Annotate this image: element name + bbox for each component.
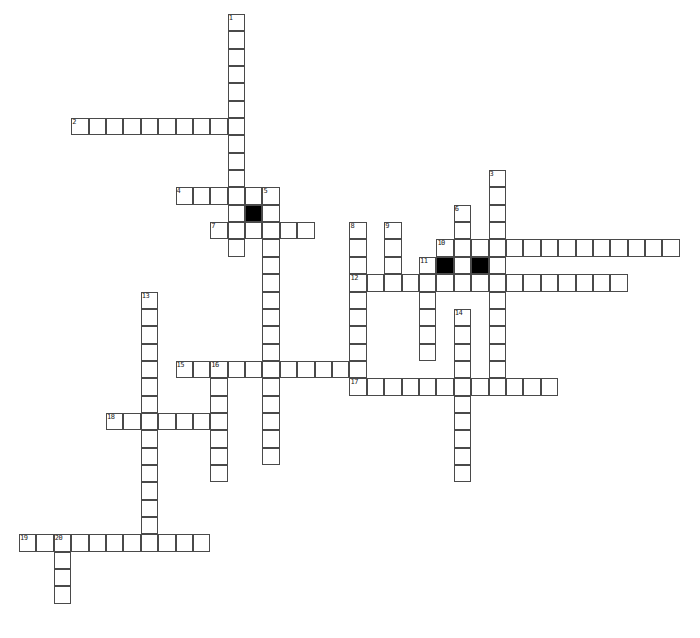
cell-r13-c34[interactable] <box>610 239 627 256</box>
cell-r12-c19[interactable]: 8 <box>349 222 366 239</box>
cell-r23-c7[interactable] <box>141 413 158 430</box>
cell-r12-c14[interactable] <box>262 222 279 239</box>
cell-r5-c12[interactable] <box>228 101 245 118</box>
cell-r13-c37[interactable] <box>662 239 679 256</box>
cell-r10-c13[interactable] <box>245 187 262 204</box>
cell-r20-c7[interactable] <box>141 361 158 378</box>
cell-r30-c5[interactable] <box>106 534 123 551</box>
cell-r15-c22[interactable] <box>402 274 419 291</box>
cell-r12-c25[interactable] <box>454 222 471 239</box>
cell-r31-c2[interactable] <box>54 552 71 569</box>
cell-r23-c6[interactable] <box>123 413 140 430</box>
cell-r30-c10[interactable] <box>193 534 210 551</box>
cell-r21-c25[interactable] <box>454 378 471 395</box>
cell-r25-c11[interactable] <box>210 448 227 465</box>
cell-r15-c33[interactable] <box>593 274 610 291</box>
cell-r10-c27[interactable] <box>489 187 506 204</box>
cell-r30-c2[interactable]: 20 <box>54 534 71 551</box>
cell-r20-c25[interactable] <box>454 361 471 378</box>
cell-r13-c24[interactable]: 10 <box>436 239 453 256</box>
cell-r12-c27[interactable] <box>489 222 506 239</box>
cell-r15-c27[interactable] <box>489 274 506 291</box>
cell-r20-c18[interactable] <box>332 361 349 378</box>
cell-r16-c7[interactable]: 13 <box>141 292 158 309</box>
clue-number-1: 1 <box>229 14 233 23</box>
cell-r3-c12[interactable] <box>228 66 245 83</box>
cell-r30-c4[interactable] <box>89 534 106 551</box>
cell-r12-c13[interactable] <box>245 222 262 239</box>
cell-r30-c9[interactable] <box>176 534 193 551</box>
cell-r12-c15[interactable] <box>280 222 297 239</box>
cell-r23-c8[interactable] <box>158 413 175 430</box>
cell-r17-c23[interactable] <box>419 309 436 326</box>
cell-r20-c27[interactable] <box>489 361 506 378</box>
cell-r13-c21[interactable] <box>384 239 401 256</box>
cell-r23-c10[interactable] <box>193 413 210 430</box>
cell-r15-c23[interactable] <box>419 274 436 291</box>
cell-r21-c20[interactable] <box>367 378 384 395</box>
cell-r13-c27[interactable] <box>489 239 506 256</box>
cell-r13-c31[interactable] <box>558 239 575 256</box>
cell-r25-c25[interactable] <box>454 448 471 465</box>
cell-r13-c14[interactable] <box>262 239 279 256</box>
cell-r15-c28[interactable] <box>506 274 523 291</box>
cell-r11-c14[interactable] <box>262 205 279 222</box>
cell-r23-c5[interactable]: 18 <box>106 413 123 430</box>
cell-r19-c19[interactable] <box>349 344 366 361</box>
crossword-board: 1234567891011121314151617181920 <box>19 14 680 604</box>
cell-r14-c19[interactable] <box>349 257 366 274</box>
cell-r21-c24[interactable] <box>436 378 453 395</box>
cell-r6-c6[interactable] <box>123 118 140 135</box>
cell-r17-c7[interactable] <box>141 309 158 326</box>
cell-r33-c2[interactable] <box>54 586 71 603</box>
cell-r6-c7[interactable] <box>141 118 158 135</box>
cell-r17-c27[interactable] <box>489 309 506 326</box>
cell-r15-c24[interactable] <box>436 274 453 291</box>
cell-r21-c22[interactable] <box>402 378 419 395</box>
clue-number-4: 4 <box>177 187 181 196</box>
clue-number-18: 18 <box>107 413 114 422</box>
cell-r6-c12[interactable] <box>228 118 245 135</box>
cell-r19-c27[interactable] <box>489 344 506 361</box>
cell-r20-c13[interactable] <box>245 361 262 378</box>
cell-r25-c7[interactable] <box>141 448 158 465</box>
cell-r21-c21[interactable] <box>384 378 401 395</box>
cell-r22-c14[interactable] <box>262 396 279 413</box>
black-cell-r11-c13 <box>245 205 262 222</box>
cell-r16-c23[interactable] <box>419 292 436 309</box>
cell-r15-c30[interactable] <box>541 274 558 291</box>
clue-number-15: 15 <box>177 361 184 370</box>
cell-r26-c7[interactable] <box>141 465 158 482</box>
cell-r21-c7[interactable] <box>141 378 158 395</box>
cell-r20-c11[interactable]: 16 <box>210 361 227 378</box>
cell-r4-c12[interactable] <box>228 83 245 100</box>
clue-number-17: 17 <box>350 378 357 387</box>
cell-r20-c15[interactable] <box>280 361 297 378</box>
cell-r22-c25[interactable] <box>454 396 471 413</box>
cell-r24-c25[interactable] <box>454 430 471 447</box>
cell-r12-c11[interactable]: 7 <box>210 222 227 239</box>
cell-r15-c34[interactable] <box>610 274 627 291</box>
cell-r28-c7[interactable] <box>141 500 158 517</box>
cell-r13-c33[interactable] <box>593 239 610 256</box>
cell-r23-c14[interactable] <box>262 413 279 430</box>
cell-r8-c12[interactable] <box>228 153 245 170</box>
clue-number-3: 3 <box>490 170 494 179</box>
cell-r16-c27[interactable] <box>489 292 506 309</box>
clue-number-9: 9 <box>385 222 389 231</box>
cell-r15-c29[interactable] <box>523 274 540 291</box>
cell-r18-c7[interactable] <box>141 326 158 343</box>
cell-r20-c16[interactable] <box>297 361 314 378</box>
cell-r13-c35[interactable] <box>628 239 645 256</box>
cell-r23-c9[interactable] <box>176 413 193 430</box>
clue-number-14: 14 <box>455 309 462 318</box>
clue-number-2: 2 <box>72 118 76 127</box>
clue-number-19: 19 <box>20 534 27 543</box>
clue-number-10: 10 <box>437 239 444 248</box>
cell-r20-c17[interactable] <box>315 361 332 378</box>
cell-r26-c25[interactable] <box>454 465 471 482</box>
cell-r15-c21[interactable] <box>384 274 401 291</box>
cell-r19-c25[interactable] <box>454 344 471 361</box>
cell-r23-c11[interactable] <box>210 413 227 430</box>
cell-r22-c11[interactable] <box>210 396 227 413</box>
cell-r16-c14[interactable] <box>262 292 279 309</box>
cell-r9-c12[interactable] <box>228 170 245 187</box>
cell-r15-c32[interactable] <box>576 274 593 291</box>
cell-r20-c12[interactable] <box>228 361 245 378</box>
black-cell-r14-c24 <box>436 257 453 274</box>
cell-r1-c12[interactable] <box>228 31 245 48</box>
clue-number-13: 13 <box>142 292 149 301</box>
clue-number-12: 12 <box>350 274 357 283</box>
cell-r30-c0[interactable]: 19 <box>19 534 36 551</box>
cell-r13-c25[interactable] <box>454 239 471 256</box>
cell-r15-c20[interactable] <box>367 274 384 291</box>
cell-r15-c14[interactable] <box>262 274 279 291</box>
cell-r23-c25[interactable] <box>454 413 471 430</box>
cell-r7-c12[interactable] <box>228 135 245 152</box>
cell-r14-c23[interactable]: 11 <box>419 257 436 274</box>
cell-r13-c26[interactable] <box>471 239 488 256</box>
cell-r16-c19[interactable] <box>349 292 366 309</box>
cell-r21-c27[interactable] <box>489 378 506 395</box>
cell-r30-c8[interactable] <box>158 534 175 551</box>
cell-r19-c23[interactable] <box>419 344 436 361</box>
cell-r6-c5[interactable] <box>106 118 123 135</box>
cell-r11-c27[interactable] <box>489 205 506 222</box>
cell-r10-c14[interactable]: 5 <box>262 187 279 204</box>
cell-r21-c14[interactable] <box>262 378 279 395</box>
cell-r15-c19[interactable]: 12 <box>349 274 366 291</box>
black-cell-r14-c26 <box>471 257 488 274</box>
clue-number-20: 20 <box>55 534 62 543</box>
cell-r15-c26[interactable] <box>471 274 488 291</box>
cell-r6-c3[interactable]: 2 <box>71 118 88 135</box>
cell-r17-c19[interactable] <box>349 309 366 326</box>
cell-r10-c12[interactable] <box>228 187 245 204</box>
cell-r13-c29[interactable] <box>523 239 540 256</box>
cell-r6-c11[interactable] <box>210 118 227 135</box>
cell-r21-c26[interactable] <box>471 378 488 395</box>
cell-r22-c7[interactable] <box>141 396 158 413</box>
cell-r26-c11[interactable] <box>210 465 227 482</box>
cell-r18-c25[interactable] <box>454 326 471 343</box>
cell-r12-c21[interactable]: 9 <box>384 222 401 239</box>
cell-r19-c14[interactable] <box>262 344 279 361</box>
cell-r25-c14[interactable] <box>262 448 279 465</box>
cell-r18-c14[interactable] <box>262 326 279 343</box>
cell-r6-c9[interactable] <box>176 118 193 135</box>
cell-r14-c25[interactable] <box>454 257 471 274</box>
cell-r11-c12[interactable] <box>228 205 245 222</box>
cell-r18-c27[interactable] <box>489 326 506 343</box>
cell-r20-c10[interactable] <box>193 361 210 378</box>
cell-r17-c14[interactable] <box>262 309 279 326</box>
cell-r10-c9[interactable]: 4 <box>176 187 193 204</box>
cell-r21-c23[interactable] <box>419 378 436 395</box>
cell-r19-c7[interactable] <box>141 344 158 361</box>
cell-r13-c12[interactable] <box>228 239 245 256</box>
cell-r18-c23[interactable] <box>419 326 436 343</box>
cell-r12-c12[interactable] <box>228 222 245 239</box>
clue-number-16: 16 <box>211 361 218 370</box>
cell-r13-c32[interactable] <box>576 239 593 256</box>
cell-r20-c9[interactable]: 15 <box>176 361 193 378</box>
cell-r29-c7[interactable] <box>141 517 158 534</box>
cell-r6-c8[interactable] <box>158 118 175 135</box>
cell-r14-c21[interactable] <box>384 257 401 274</box>
cell-r6-c10[interactable] <box>193 118 210 135</box>
cell-r21-c29[interactable] <box>523 378 540 395</box>
cell-r21-c30[interactable] <box>541 378 558 395</box>
cell-r13-c19[interactable] <box>349 239 366 256</box>
cell-r10-c11[interactable] <box>210 187 227 204</box>
cell-r20-c19[interactable] <box>349 361 366 378</box>
cell-r21-c28[interactable] <box>506 378 523 395</box>
cell-r13-c36[interactable] <box>645 239 662 256</box>
cell-r6-c4[interactable] <box>89 118 106 135</box>
clue-number-8: 8 <box>350 222 354 231</box>
clue-number-5: 5 <box>263 187 267 196</box>
cell-r17-c25[interactable]: 14 <box>454 309 471 326</box>
cell-r21-c11[interactable] <box>210 378 227 395</box>
cell-r15-c25[interactable] <box>454 274 471 291</box>
cell-r14-c14[interactable] <box>262 257 279 274</box>
cell-r14-c27[interactable] <box>489 257 506 274</box>
cell-r24-c14[interactable] <box>262 430 279 447</box>
cell-r24-c7[interactable] <box>141 430 158 447</box>
cell-r9-c27[interactable]: 3 <box>489 170 506 187</box>
cell-r11-c25[interactable]: 6 <box>454 205 471 222</box>
cell-r0-c12[interactable]: 1 <box>228 14 245 31</box>
cell-r30-c1[interactable] <box>36 534 53 551</box>
cell-r24-c11[interactable] <box>210 430 227 447</box>
cell-r13-c30[interactable] <box>541 239 558 256</box>
crossword-page: 1234567891011121314151617181920 <box>0 0 700 638</box>
cell-r21-c19[interactable]: 17 <box>349 378 366 395</box>
clue-number-7: 7 <box>211 222 215 231</box>
cell-r15-c31[interactable] <box>558 274 575 291</box>
cell-r30-c3[interactable] <box>71 534 88 551</box>
cell-r12-c16[interactable] <box>297 222 314 239</box>
clue-number-11: 11 <box>420 257 427 266</box>
cell-r32-c2[interactable] <box>54 569 71 586</box>
cell-r10-c10[interactable] <box>193 187 210 204</box>
cell-r2-c12[interactable] <box>228 49 245 66</box>
clue-number-6: 6 <box>455 205 459 214</box>
cell-r27-c7[interactable] <box>141 482 158 499</box>
cell-r13-c28[interactable] <box>506 239 523 256</box>
cell-r18-c19[interactable] <box>349 326 366 343</box>
cell-r30-c7[interactable] <box>141 534 158 551</box>
cell-r30-c6[interactable] <box>123 534 140 551</box>
cell-r20-c14[interactable] <box>262 361 279 378</box>
